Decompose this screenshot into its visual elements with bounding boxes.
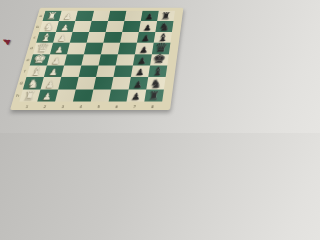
black-pawn[interactable]: ♟ bbox=[133, 57, 152, 66]
black-pawn[interactable]: ♟ bbox=[127, 92, 146, 101]
square-c7[interactable]: ♟ bbox=[137, 32, 156, 43]
square-f7[interactable]: ♟ bbox=[131, 65, 150, 77]
square-h8[interactable]: ♜ bbox=[144, 89, 164, 101]
file-label-a: a bbox=[39, 14, 42, 18]
rank-label-5: 5 bbox=[97, 104, 101, 109]
photo-scene: ♟ abcdefgh 12345678 ♜♟♟♜♞♟♟♞♝♟♟♝♛♟♟♛♚♟♟♚… bbox=[0, 0, 200, 133]
square-a8[interactable]: ♜ bbox=[157, 11, 175, 21]
square-g8[interactable]: ♞ bbox=[146, 77, 165, 89]
black-rook[interactable]: ♜ bbox=[144, 90, 163, 101]
rank-label-8: 8 bbox=[151, 104, 154, 109]
board-border: abcdefgh 12345678 ♜♟♟♜♞♟♟♞♝♟♟♝♛♟♟♛♚♟♟♚♝♟… bbox=[10, 8, 183, 110]
file-label-d: d bbox=[30, 46, 34, 50]
file-label-e: e bbox=[26, 57, 30, 61]
square-b7[interactable]: ♟ bbox=[139, 21, 157, 32]
square-e7[interactable]: ♟ bbox=[133, 54, 152, 65]
black-pawn[interactable]: ♟ bbox=[129, 80, 148, 89]
square-a7[interactable]: ♟ bbox=[141, 11, 159, 21]
file-label-c: c bbox=[33, 35, 36, 39]
chess-board: abcdefgh 12345678 ♜♟♟♜♞♟♟♞♝♟♟♝♛♟♟♛♚♟♟♚♝♟… bbox=[10, 8, 183, 110]
black-rook[interactable]: ♜ bbox=[157, 12, 175, 21]
square-e8[interactable]: ♚ bbox=[150, 54, 169, 65]
fallen-red-piece-icon: ♟ bbox=[1, 36, 13, 47]
rank-label-1: 1 bbox=[25, 104, 29, 109]
rank-label-7: 7 bbox=[133, 104, 136, 109]
square-b8[interactable]: ♞ bbox=[155, 21, 173, 32]
square-b6[interactable] bbox=[122, 21, 140, 32]
black-knight[interactable]: ♞ bbox=[146, 77, 165, 89]
black-pawn[interactable]: ♟ bbox=[141, 13, 159, 21]
rank-label-3: 3 bbox=[61, 104, 65, 109]
square-f8[interactable]: ♝ bbox=[148, 65, 167, 77]
black-pawn[interactable]: ♟ bbox=[137, 35, 155, 43]
black-knight[interactable]: ♞ bbox=[155, 21, 173, 31]
black-pawn[interactable]: ♟ bbox=[131, 68, 150, 77]
rank-label-4: 4 bbox=[79, 104, 83, 109]
rank-labels: 12345678 bbox=[17, 102, 162, 110]
black-bishop[interactable]: ♝ bbox=[148, 66, 167, 77]
square-g7[interactable]: ♟ bbox=[129, 77, 149, 89]
file-label-f: f bbox=[23, 69, 26, 73]
rank-label-2: 2 bbox=[43, 104, 47, 109]
rank-label-6: 6 bbox=[115, 104, 118, 109]
black-pawn[interactable]: ♟ bbox=[135, 46, 153, 54]
file-label-h: h bbox=[16, 93, 20, 98]
board-grid: ♜♟♟♜♞♟♟♞♝♟♟♝♛♟♟♛♚♟♟♚♝♟♟♝♞♟♟♞♜♟♟♜ bbox=[19, 11, 175, 102]
file-label-g: g bbox=[19, 81, 23, 85]
black-pawn[interactable]: ♟ bbox=[139, 24, 157, 32]
square-h7[interactable]: ♟ bbox=[127, 89, 147, 101]
black-king[interactable]: ♚ bbox=[150, 53, 169, 66]
square-d7[interactable]: ♟ bbox=[135, 43, 154, 54]
file-label-b: b bbox=[36, 25, 39, 29]
